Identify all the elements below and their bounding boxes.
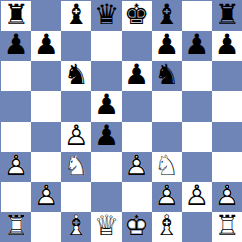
square-g5[interactable] bbox=[182, 91, 212, 121]
piece-white-pawn: ♟♙ bbox=[182, 182, 212, 212]
square-c8[interactable]: ♝ bbox=[61, 1, 91, 31]
piece-black-bishop: ♝ bbox=[152, 1, 182, 31]
square-e5[interactable] bbox=[122, 91, 152, 121]
square-f7[interactable]: ♟ bbox=[152, 31, 182, 61]
square-c4[interactable]: ♟♙ bbox=[61, 122, 91, 152]
piece-white-bishop: ♝♗ bbox=[61, 212, 91, 242]
piece-white-pawn: ♟♙ bbox=[1, 152, 31, 182]
square-f3[interactable]: ♞♘ bbox=[152, 152, 182, 182]
piece-black-king: ♚ bbox=[122, 1, 152, 31]
square-h6[interactable] bbox=[212, 61, 242, 91]
square-g1[interactable] bbox=[182, 212, 212, 242]
piece-black-pawn: ♟ bbox=[91, 122, 121, 152]
piece-white-pawn: ♟♙ bbox=[31, 182, 61, 212]
piece-white-pawn: ♟♙ bbox=[212, 182, 242, 212]
square-a1[interactable]: ♜♖ bbox=[1, 212, 31, 242]
square-h8[interactable]: ♜ bbox=[212, 1, 242, 31]
piece-black-pawn: ♟ bbox=[31, 31, 61, 61]
square-b8[interactable] bbox=[31, 1, 61, 31]
square-d7[interactable] bbox=[91, 31, 121, 61]
piece-black-pawn: ♟ bbox=[91, 91, 121, 121]
chess-board: ♜♝♛♚♝♜♟♟♟♟♟♞♟♞♟♟♙♟♟♙♞♘♟♙♞♘♟♙♟♙♟♙♟♙♜♖♝♗♛♕… bbox=[0, 0, 242, 242]
square-a5[interactable] bbox=[1, 91, 31, 121]
square-g7[interactable]: ♟ bbox=[182, 31, 212, 61]
square-g3[interactable] bbox=[182, 152, 212, 182]
piece-black-pawn: ♟ bbox=[122, 61, 152, 91]
square-g4[interactable] bbox=[182, 122, 212, 152]
square-f1[interactable]: ♝♗ bbox=[152, 212, 182, 242]
square-a3[interactable]: ♟♙ bbox=[1, 152, 31, 182]
piece-white-rook: ♜♖ bbox=[1, 212, 31, 242]
square-h2[interactable]: ♟♙ bbox=[212, 182, 242, 212]
square-b2[interactable]: ♟♙ bbox=[31, 182, 61, 212]
square-c5[interactable] bbox=[61, 91, 91, 121]
square-b4[interactable] bbox=[31, 122, 61, 152]
square-b6[interactable] bbox=[31, 61, 61, 91]
square-e2[interactable] bbox=[122, 182, 152, 212]
square-d3[interactable] bbox=[91, 152, 121, 182]
square-c3[interactable]: ♞♘ bbox=[61, 152, 91, 182]
piece-white-knight: ♞♘ bbox=[61, 152, 91, 182]
square-g2[interactable]: ♟♙ bbox=[182, 182, 212, 212]
piece-white-queen: ♛♕ bbox=[91, 212, 121, 242]
square-h1[interactable]: ♜♖ bbox=[212, 212, 242, 242]
piece-black-pawn: ♟ bbox=[212, 31, 242, 61]
square-b3[interactable] bbox=[31, 152, 61, 182]
square-a7[interactable]: ♟ bbox=[1, 31, 31, 61]
square-e8[interactable]: ♚ bbox=[122, 1, 152, 31]
square-d4[interactable]: ♟ bbox=[91, 122, 121, 152]
square-c2[interactable] bbox=[61, 182, 91, 212]
square-d2[interactable] bbox=[91, 182, 121, 212]
piece-black-bishop: ♝ bbox=[61, 1, 91, 31]
square-h7[interactable]: ♟ bbox=[212, 31, 242, 61]
square-c1[interactable]: ♝♗ bbox=[61, 212, 91, 242]
square-d1[interactable]: ♛♕ bbox=[91, 212, 121, 242]
piece-black-knight: ♞ bbox=[61, 61, 91, 91]
piece-black-rook: ♜ bbox=[1, 1, 31, 31]
square-c7[interactable] bbox=[61, 31, 91, 61]
square-b7[interactable]: ♟ bbox=[31, 31, 61, 61]
square-b5[interactable] bbox=[31, 91, 61, 121]
square-h3[interactable] bbox=[212, 152, 242, 182]
square-g6[interactable] bbox=[182, 61, 212, 91]
square-f2[interactable]: ♟♙ bbox=[152, 182, 182, 212]
piece-white-rook: ♜♖ bbox=[212, 212, 242, 242]
square-d5[interactable]: ♟ bbox=[91, 91, 121, 121]
piece-white-pawn: ♟♙ bbox=[61, 122, 91, 152]
square-e3[interactable]: ♟♙ bbox=[122, 152, 152, 182]
piece-white-pawn: ♟♙ bbox=[122, 152, 152, 182]
square-e7[interactable] bbox=[122, 31, 152, 61]
piece-white-bishop: ♝♗ bbox=[152, 212, 182, 242]
square-a6[interactable] bbox=[1, 61, 31, 91]
square-b1[interactable] bbox=[31, 212, 61, 242]
square-c6[interactable]: ♞ bbox=[61, 61, 91, 91]
square-a8[interactable]: ♜ bbox=[1, 1, 31, 31]
piece-black-queen: ♛ bbox=[91, 1, 121, 31]
square-a4[interactable] bbox=[1, 122, 31, 152]
piece-white-knight: ♞♘ bbox=[152, 152, 182, 182]
piece-white-king: ♚♔ bbox=[122, 212, 152, 242]
square-e6[interactable]: ♟ bbox=[122, 61, 152, 91]
piece-black-pawn: ♟ bbox=[182, 31, 212, 61]
piece-black-rook: ♜ bbox=[212, 1, 242, 31]
square-f4[interactable] bbox=[152, 122, 182, 152]
square-f6[interactable]: ♞ bbox=[152, 61, 182, 91]
square-h4[interactable] bbox=[212, 122, 242, 152]
square-g8[interactable] bbox=[182, 1, 212, 31]
piece-black-pawn: ♟ bbox=[1, 31, 31, 61]
square-d6[interactable] bbox=[91, 61, 121, 91]
square-e4[interactable] bbox=[122, 122, 152, 152]
square-e1[interactable]: ♚♔ bbox=[122, 212, 152, 242]
square-a2[interactable] bbox=[1, 182, 31, 212]
square-h5[interactable] bbox=[212, 91, 242, 121]
square-d8[interactable]: ♛ bbox=[91, 1, 121, 31]
piece-black-pawn: ♟ bbox=[152, 31, 182, 61]
piece-black-knight: ♞ bbox=[152, 61, 182, 91]
piece-white-pawn: ♟♙ bbox=[152, 182, 182, 212]
square-f8[interactable]: ♝ bbox=[152, 1, 182, 31]
square-f5[interactable] bbox=[152, 91, 182, 121]
